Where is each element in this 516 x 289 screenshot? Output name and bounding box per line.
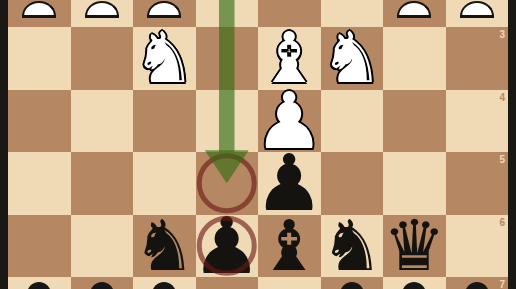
rank-label-6: 6 [499, 217, 505, 228]
black-pawn-e6[interactable]: ♟ [196, 215, 259, 278]
square-h3[interactable] [8, 27, 71, 90]
chessboard-viewport: 34567♞♝♞♟♟♟♝♞♞♛ [0, 0, 516, 289]
square-h6[interactable] [8, 215, 71, 278]
square-e4[interactable] [196, 90, 259, 153]
rank-label-4: 4 [499, 92, 505, 103]
square-b4[interactable] [383, 90, 446, 153]
black-bishop-d6[interactable]: ♝ [258, 215, 321, 278]
square-h5[interactable] [8, 152, 71, 215]
square-g3[interactable] [71, 27, 134, 90]
black-knight-f6[interactable]: ♞ [133, 215, 196, 278]
square-g5[interactable] [71, 152, 134, 215]
square-h4[interactable] [8, 90, 71, 153]
square-g4[interactable] [71, 90, 134, 153]
square-g6[interactable] [71, 215, 134, 278]
white-knight-c3[interactable]: ♞ [321, 27, 384, 90]
square-e2[interactable] [196, 0, 259, 27]
black-knight-c6[interactable]: ♞ [321, 215, 384, 278]
square-e3[interactable] [196, 27, 259, 90]
square-b3[interactable] [383, 27, 446, 90]
rank-label-3: 3 [499, 29, 505, 40]
black-queen-b6[interactable]: ♛ [383, 215, 446, 278]
rank-label-7: 7 [499, 279, 505, 289]
chessboard[interactable]: 34567♞♝♞♟♟♟♝♞♞♛ [8, 0, 508, 289]
rank-label-5: 5 [499, 154, 505, 165]
left-frame-bar [0, 0, 8, 289]
white-knight-f3[interactable]: ♞ [133, 27, 196, 90]
right-frame-bar [508, 0, 516, 289]
